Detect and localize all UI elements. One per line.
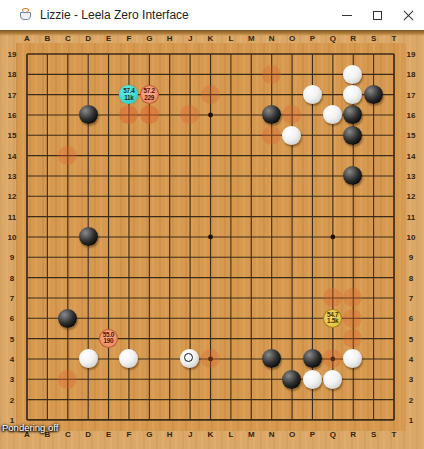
coordinate-label: 6 (402, 314, 420, 323)
coordinate-label: 17 (402, 91, 420, 100)
titlebar: Lizzie - Leela Zero Interface (0, 0, 424, 30)
close-icon (403, 10, 414, 21)
stone-black-N4 (262, 349, 281, 368)
stone-white-O15 (282, 126, 301, 145)
stone-white-J4 (180, 349, 199, 368)
coordinate-label: 18 (402, 70, 420, 79)
stone-white-F4 (119, 349, 138, 368)
candidate-move-Q4[interactable] (323, 349, 342, 368)
coordinate-label: S (366, 34, 382, 43)
coordinate-label: N (264, 34, 280, 43)
go-board[interactable]: 57.411k57.222955.019054.71.5k (17, 44, 405, 430)
coordinate-label: 13 (402, 172, 420, 181)
stone-white-R4 (343, 349, 362, 368)
coordinate-label: 12 (402, 192, 420, 201)
coordinate-label: H (162, 34, 178, 43)
minimize-icon (342, 15, 352, 16)
stone-black-S17 (364, 85, 383, 104)
coordinate-label: O (284, 430, 300, 439)
candidate-visits: 1.5k (327, 318, 338, 325)
coordinate-label: 3 (402, 375, 420, 384)
stone-white-Q3 (323, 370, 342, 389)
stone-white-R18 (343, 65, 362, 84)
stone-white-R17 (343, 85, 362, 104)
stone-black-D16 (79, 105, 98, 124)
coordinate-label: E (101, 430, 117, 439)
coordinate-label: T (386, 430, 402, 439)
candidate-move-G16[interactable] (140, 105, 159, 124)
stone-black-R15 (343, 126, 362, 145)
stone-black-C6 (58, 309, 77, 328)
coordinate-label: 2 (402, 396, 420, 405)
stone-white-P3 (303, 370, 322, 389)
coordinate-label: A (19, 34, 35, 43)
window-title: Lizzie - Leela Zero Interface (40, 8, 189, 22)
maximize-button[interactable] (362, 0, 393, 30)
coordinate-label: 11 (402, 213, 420, 222)
coordinate-label: F (121, 430, 137, 439)
coordinate-label: K (203, 34, 219, 43)
coordinate-label: 7 (402, 294, 420, 303)
candidate-move-G17[interactable]: 57.2229 (140, 85, 159, 104)
coordinate-label: N (264, 430, 280, 439)
coordinate-label: G (141, 34, 157, 43)
candidate-visits: 190 (104, 338, 114, 345)
coordinate-label: 9 (402, 253, 420, 262)
candidate-move-Q7[interactable] (323, 288, 342, 307)
candidate-move-K4[interactable] (201, 349, 220, 368)
coordinate-label: E (101, 34, 117, 43)
coordinate-label: B (39, 34, 55, 43)
stone-white-P17 (303, 85, 322, 104)
coordinate-label: 8 (402, 274, 420, 283)
stone-black-R16 (343, 105, 362, 124)
stone-white-Q16 (323, 105, 342, 124)
candidate-move-O16[interactable] (282, 105, 301, 124)
coordinate-label: Q (325, 34, 341, 43)
candidate-move-E5[interactable]: 55.0190 (99, 329, 118, 348)
coordinate-label: 14 (402, 152, 420, 161)
candidate-move-C14[interactable] (58, 146, 77, 165)
coordinate-label: 15 (402, 131, 420, 140)
coordinate-label: 1 (402, 416, 420, 425)
candidate-move-F17[interactable]: 57.411k (119, 85, 138, 104)
coordinate-label: K (203, 430, 219, 439)
candidate-move-C3[interactable] (58, 370, 77, 389)
coordinate-label: O (284, 34, 300, 43)
minimize-button[interactable] (331, 0, 362, 30)
java-app-icon (19, 8, 33, 22)
coordinate-label: R (345, 430, 361, 439)
lizzie-window: Lizzie - Leela Zero Interface AABBCCDDEE… (0, 0, 424, 449)
coordinate-label: L (223, 430, 239, 439)
board-area: AABBCCDDEEFFGGHHJJKKLLMMNNOOPPQQRRSSTT19… (0, 30, 424, 449)
coordinate-label: 4 (402, 355, 420, 364)
last-move-marker (184, 353, 193, 362)
coordinate-label: J (182, 430, 198, 439)
candidate-move-J16[interactable] (180, 105, 199, 124)
coordinate-label: M (243, 430, 259, 439)
coordinate-label: D (80, 34, 96, 43)
candidate-visits: 229 (144, 95, 154, 102)
coordinate-label: L (223, 34, 239, 43)
stone-black-N16 (262, 105, 281, 124)
coordinate-label: H (162, 430, 178, 439)
candidate-move-F16[interactable] (119, 105, 138, 124)
coordinate-label: G (141, 430, 157, 439)
pondering-status: Pondering off (2, 422, 58, 433)
close-button[interactable] (393, 0, 424, 30)
stone-black-P4 (303, 349, 322, 368)
coordinate-label: 10 (402, 233, 420, 242)
coordinate-label: Q (325, 430, 341, 439)
candidate-move-Q6[interactable]: 54.71.5k (323, 309, 342, 328)
candidate-move-K17[interactable] (201, 85, 220, 104)
candidate-visits: 11k (124, 95, 133, 102)
maximize-icon (373, 11, 382, 20)
coordinate-label: 19 (402, 50, 420, 59)
coordinate-label: 5 (402, 335, 420, 344)
coordinate-label: C (60, 34, 76, 43)
coordinate-label: J (182, 34, 198, 43)
coordinate-label: P (304, 430, 320, 439)
candidate-move-R7[interactable] (343, 288, 362, 307)
coordinate-label: R (345, 34, 361, 43)
coordinate-label: D (80, 430, 96, 439)
candidate-move-R5[interactable] (343, 329, 362, 348)
stone-black-R13 (343, 166, 362, 185)
coordinate-label: P (304, 34, 320, 43)
coordinate-label: 16 (402, 111, 420, 120)
window-controls (331, 0, 424, 30)
candidate-move-N18[interactable] (262, 65, 281, 84)
candidate-move-N15[interactable] (262, 126, 281, 145)
coordinate-label: T (386, 34, 402, 43)
coordinate-label: C (60, 430, 76, 439)
stone-black-D10 (79, 227, 98, 246)
candidate-move-R6[interactable] (343, 309, 362, 328)
coordinate-label: S (366, 430, 382, 439)
coordinate-label: M (243, 34, 259, 43)
stone-black-O3 (282, 370, 301, 389)
coordinate-label: F (121, 34, 137, 43)
stone-white-D4 (79, 349, 98, 368)
